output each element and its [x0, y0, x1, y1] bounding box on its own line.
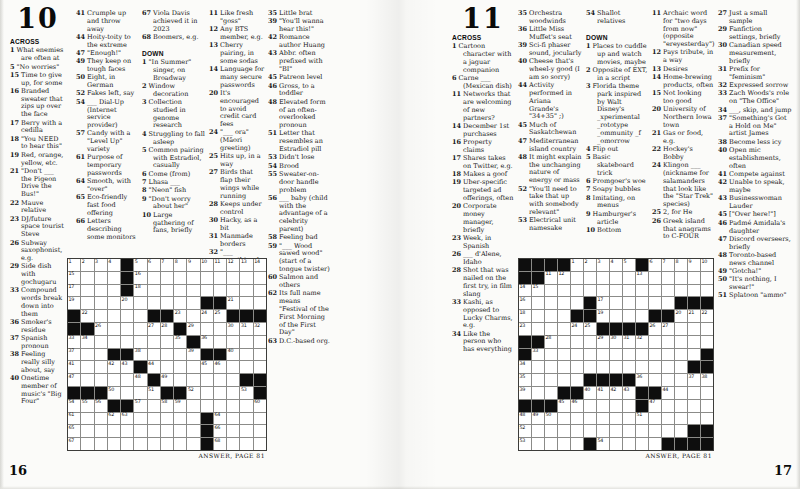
cell-r1c15[interactable]: 10 [701, 259, 713, 271]
cell-r4c10[interactable] [187, 297, 199, 309]
cell-r13c3[interactable]: 50 [545, 413, 557, 425]
cell-r5c4[interactable] [108, 310, 120, 322]
cell-r6c3[interactable]: 26 [95, 323, 107, 335]
cell-r7c13[interactable] [675, 336, 687, 348]
cell-r7c7[interactable]: 29 [597, 336, 609, 348]
cell-r5c5[interactable] [121, 310, 133, 322]
cell-r5c3[interactable] [545, 310, 557, 322]
cell-r15c6[interactable] [134, 438, 146, 450]
cell-r3c6[interactable]: 18 [134, 285, 146, 297]
cell-r6c13[interactable]: 30 [227, 323, 239, 335]
cell-r12c13[interactable] [675, 400, 687, 412]
cell-r2c10[interactable]: 13 [636, 272, 648, 284]
cell-r5c4[interactable] [558, 310, 570, 322]
cell-r12c7[interactable] [148, 400, 160, 412]
cell-r1c7[interactable]: 3 [597, 259, 609, 271]
cell-r4c13[interactable]: 21 [227, 297, 239, 309]
cell-r6c15[interactable] [701, 323, 713, 335]
cell-r13c11[interactable] [649, 413, 661, 425]
cell-r6c14[interactable] [688, 323, 700, 335]
cell-r14c13[interactable] [675, 425, 687, 437]
cell-r7c2[interactable]: 34 [81, 336, 93, 348]
cell-r5c8[interactable] [610, 310, 622, 322]
cell-r2c8[interactable] [610, 272, 622, 284]
cell-r3c13[interactable] [675, 285, 687, 297]
cell-r3c14[interactable] [240, 285, 252, 297]
cell-r2c3[interactable]: 11 [545, 272, 557, 284]
cell-r11c5[interactable] [121, 387, 133, 399]
cell-r9c8[interactable] [161, 361, 173, 373]
cell-r3c8[interactable] [161, 285, 173, 297]
cell-r3c10[interactable] [636, 285, 648, 297]
cell-r1c10[interactable]: 9 [187, 259, 199, 271]
cell-r10c5[interactable] [121, 374, 133, 386]
cell-r10c8[interactable]: 49 [161, 374, 173, 386]
cell-r3c8[interactable] [610, 285, 622, 297]
cell-r14c15[interactable] [254, 425, 266, 437]
cell-r8c3[interactable] [545, 349, 557, 361]
cell-r5c3[interactable] [95, 310, 107, 322]
cell-r12c9[interactable]: 59 [174, 400, 186, 412]
cell-r9c12[interactable]: 46 [214, 361, 226, 373]
cell-r12c6[interactable] [584, 400, 596, 412]
cell-r10c11[interactable] [201, 374, 213, 386]
cell-r5c1[interactable]: 18 [519, 310, 531, 322]
cell-r12c14[interactable] [688, 400, 700, 412]
cell-r13c13[interactable] [227, 413, 239, 425]
cell-r8c10[interactable]: 39 [187, 349, 199, 361]
cell-r10c4[interactable] [108, 374, 120, 386]
cell-r12c5[interactable]: 46 [571, 400, 583, 412]
cell-r13c15[interactable] [701, 413, 713, 425]
cell-r14c8[interactable] [610, 425, 622, 437]
cell-r15c1[interactable]: 53 [519, 438, 531, 450]
cell-r3c2[interactable] [81, 285, 93, 297]
cell-r1c1[interactable]: 1 [68, 259, 80, 271]
cell-r8c9[interactable] [623, 349, 635, 361]
cell-r7c3[interactable] [95, 336, 107, 348]
cell-r8c12[interactable] [662, 349, 674, 361]
cell-r7c15[interactable] [254, 336, 266, 348]
cell-r1c13[interactable]: 12 [227, 259, 239, 271]
cell-r1c14[interactable]: 9 [688, 259, 700, 271]
cell-r13c12[interactable]: 64 [214, 413, 226, 425]
cell-r6c14[interactable]: 31 [240, 323, 252, 335]
cell-r13c8[interactable] [161, 413, 173, 425]
cell-r7c11[interactable] [649, 336, 661, 348]
cell-r10c13[interactable] [675, 374, 687, 386]
cell-r8c6[interactable]: 38 [134, 349, 146, 361]
cell-r10c12[interactable] [214, 374, 226, 386]
cell-r1c15[interactable]: 14 [254, 259, 266, 271]
cell-r8c9[interactable] [174, 349, 186, 361]
cell-r2c1[interactable]: 15 [68, 272, 80, 284]
cell-r6c10[interactable]: 29 [187, 323, 199, 335]
cell-r8c5[interactable] [571, 349, 583, 361]
crossword-grid-11[interactable]: 1234567891011121314151617181920212223242… [518, 258, 714, 451]
cell-r6c1[interactable]: 23 [519, 323, 531, 335]
cell-r4c4[interactable] [108, 297, 120, 309]
cell-r6c4[interactable] [108, 323, 120, 335]
cell-r14c7[interactable] [597, 425, 609, 437]
cell-r14c12[interactable]: 66 [214, 425, 226, 437]
cell-r1c5[interactable]: 1 [571, 259, 583, 271]
cell-r15c14[interactable] [240, 438, 252, 450]
cell-r4c5[interactable] [571, 297, 583, 309]
cell-r2c6[interactable] [584, 272, 596, 284]
cell-r12c15[interactable]: 60 [254, 400, 266, 412]
cell-r7c9[interactable]: 31 [623, 336, 635, 348]
cell-r6c6[interactable] [134, 323, 146, 335]
cell-r3c2[interactable]: 15 [532, 285, 544, 297]
cell-r7c14[interactable] [240, 336, 252, 348]
cell-r2c11[interactable] [201, 272, 213, 284]
cell-r8c2[interactable]: 33 [532, 349, 544, 361]
cell-r13c9[interactable] [623, 413, 635, 425]
cell-r3c3[interactable] [545, 285, 557, 297]
cell-r4c15[interactable] [254, 297, 266, 309]
cell-r8c15[interactable] [254, 349, 266, 361]
cell-r11c15[interactable] [701, 387, 713, 399]
cell-r7c12[interactable] [662, 336, 674, 348]
cell-r10c5[interactable] [571, 374, 583, 386]
cell-r1c12[interactable]: 7 [662, 259, 674, 271]
cell-r9c7[interactable] [597, 361, 609, 373]
cell-r8c7[interactable] [597, 349, 609, 361]
cell-r12c4[interactable]: 45 [558, 400, 570, 412]
cell-r2c7[interactable] [597, 272, 609, 284]
cell-r12c6[interactable]: 57 [134, 400, 146, 412]
cell-r15c15[interactable] [254, 438, 266, 450]
cell-r3c5[interactable] [571, 285, 583, 297]
cell-r7c5[interactable] [121, 336, 133, 348]
cell-r2c11[interactable] [649, 272, 661, 284]
cell-r14c1[interactable]: 52 [519, 425, 531, 437]
cell-r15c4[interactable] [558, 438, 570, 450]
cell-r15c1[interactable]: 67 [68, 438, 80, 450]
cell-r9c7[interactable]: 44 [148, 361, 160, 373]
cell-r15c9[interactable] [623, 438, 635, 450]
cell-r11c14[interactable] [688, 387, 700, 399]
cell-r13c5[interactable] [571, 413, 583, 425]
cell-r4c12[interactable] [662, 297, 674, 309]
cell-r13c9[interactable] [174, 413, 186, 425]
cell-r1c8[interactable]: 4 [610, 259, 622, 271]
cell-r12c15[interactable] [701, 400, 713, 412]
cell-r3c7[interactable] [597, 285, 609, 297]
cell-r9c12[interactable] [662, 361, 674, 373]
cell-r1c4[interactable]: 4 [108, 259, 120, 271]
cell-r4c8[interactable] [610, 297, 622, 309]
cell-r6c11[interactable] [201, 323, 213, 335]
cell-r5c2[interactable] [532, 310, 544, 322]
cell-r9c10[interactable] [187, 361, 199, 373]
cell-r2c13[interactable] [227, 272, 239, 284]
cell-r6c15[interactable]: 32 [254, 323, 266, 335]
cell-r9c2[interactable] [532, 361, 544, 373]
cell-r3c11[interactable] [649, 285, 661, 297]
cell-r14c10[interactable] [636, 425, 648, 437]
cell-r11c3[interactable] [545, 387, 557, 399]
cell-r3c1[interactable]: 14 [519, 285, 531, 297]
cell-r4c9[interactable] [623, 297, 635, 309]
cell-r12c11[interactable]: 47 [649, 400, 661, 412]
cell-r9c9[interactable] [174, 361, 186, 373]
cell-r6c6[interactable]: 25 [584, 323, 596, 335]
cell-r15c7[interactable]: 54 [597, 438, 609, 450]
cell-r1c7[interactable]: 6 [148, 259, 160, 271]
cell-r2c15[interactable] [254, 272, 266, 284]
cell-r14c1[interactable]: 65 [68, 425, 80, 437]
cell-r8c13[interactable] [675, 349, 687, 361]
cell-r4c4[interactable] [558, 297, 570, 309]
cell-r9c10[interactable] [636, 361, 648, 373]
cell-r3c14[interactable] [688, 285, 700, 297]
cell-r3c12[interactable] [662, 285, 674, 297]
cell-r15c2[interactable] [81, 438, 93, 450]
cell-r7c6[interactable] [584, 336, 596, 348]
cell-r9c8[interactable] [610, 361, 622, 373]
cell-r11c13[interactable] [675, 387, 687, 399]
cell-r3c11[interactable] [201, 285, 213, 297]
cell-r15c8[interactable] [610, 438, 622, 450]
cell-r12c3[interactable]: 56 [95, 400, 107, 412]
cell-r9c9[interactable] [623, 361, 635, 373]
cell-r14c5[interactable] [571, 425, 583, 437]
cell-r13c2[interactable]: 49 [532, 413, 544, 425]
cell-r7c15[interactable] [701, 336, 713, 348]
cell-r10c13[interactable] [227, 374, 239, 386]
cell-r8c10[interactable] [636, 349, 648, 361]
cell-r5c14[interactable]: 21 [688, 310, 700, 322]
cell-r13c13[interactable] [675, 413, 687, 425]
cell-r13c1[interactable]: 61 [68, 413, 80, 425]
cell-r1c8[interactable]: 7 [161, 259, 173, 271]
cell-r1c9[interactable]: 8 [174, 259, 186, 271]
cell-r5c10[interactable] [636, 310, 648, 322]
cell-r13c15[interactable] [254, 413, 266, 425]
cell-r12c12[interactable] [214, 400, 226, 412]
cell-r8c8[interactable] [610, 349, 622, 361]
cell-r9c14[interactable] [240, 361, 252, 373]
cell-r1c13[interactable]: 8 [675, 259, 687, 271]
cell-r9c1[interactable]: 41 [68, 361, 80, 373]
cell-r11c10[interactable]: 52 [187, 387, 199, 399]
cell-r3c4[interactable] [558, 285, 570, 297]
cell-r7c4[interactable] [558, 336, 570, 348]
cell-r10c6[interactable]: 48 [134, 374, 146, 386]
cell-r15c2[interactable] [532, 438, 544, 450]
cell-r14c2[interactable] [81, 425, 93, 437]
cell-r8c14[interactable] [688, 349, 700, 361]
cell-r9c3[interactable] [95, 361, 107, 373]
cell-r6c7[interactable]: 27 [148, 323, 160, 335]
cell-r6c13[interactable] [675, 323, 687, 335]
cell-r6c4[interactable] [558, 323, 570, 335]
cell-r4c7[interactable] [148, 297, 160, 309]
cell-r7c1[interactable]: 33 [68, 336, 80, 348]
cell-r13c4[interactable]: 62 [108, 413, 120, 425]
cell-r4c2[interactable] [532, 297, 544, 309]
cell-r13c6[interactable] [134, 413, 146, 425]
cell-r10c1[interactable]: 47 [68, 374, 80, 386]
cell-r13c7[interactable] [148, 413, 160, 425]
cell-r2c12[interactable] [662, 272, 674, 284]
cell-r3c9[interactable] [623, 285, 635, 297]
cell-r9c4[interactable]: 42 [108, 361, 120, 373]
cell-r7c12[interactable] [214, 336, 226, 348]
cell-r13c7[interactable] [597, 413, 609, 425]
cell-r11c2[interactable] [532, 387, 544, 399]
cell-r14c6[interactable] [584, 425, 596, 437]
cell-r3c15[interactable] [701, 285, 713, 297]
cell-r13c1[interactable]: 48 [519, 413, 531, 425]
cell-r9c1[interactable]: 34 [519, 361, 531, 373]
cell-r10c10[interactable] [187, 374, 199, 386]
cell-r12c1[interactable]: 54 [68, 400, 80, 412]
cell-r8c1[interactable]: 37 [68, 349, 80, 361]
cell-r13c8[interactable] [610, 413, 622, 425]
cell-r4c3[interactable] [545, 297, 557, 309]
cell-r15c5[interactable] [121, 438, 133, 450]
cell-r15c12[interactable]: 68 [214, 438, 226, 450]
cell-r11c13[interactable] [227, 387, 239, 399]
cell-r11c12[interactable]: 44 [662, 387, 674, 399]
cell-r3c3[interactable] [95, 285, 107, 297]
cell-r1c11[interactable]: 10 [201, 259, 213, 271]
cell-r2c9[interactable] [623, 272, 635, 284]
cell-r4c6[interactable] [134, 297, 146, 309]
cell-r10c2[interactable] [532, 374, 544, 386]
cell-r5c6[interactable] [134, 310, 146, 322]
cell-r3c4[interactable] [108, 285, 120, 297]
cell-r4c3[interactable] [95, 297, 107, 309]
cell-r3c6[interactable] [584, 285, 596, 297]
cell-r5c12[interactable]: 25 [214, 310, 226, 322]
cell-r14c9[interactable] [174, 425, 186, 437]
cell-r3c9[interactable] [174, 285, 186, 297]
cell-r12c2[interactable]: 55 [81, 400, 93, 412]
cell-r4c7[interactable]: 17 [597, 297, 609, 309]
cell-r15c10[interactable] [187, 438, 199, 450]
cell-r14c14[interactable] [240, 425, 252, 437]
cell-r10c9[interactable] [174, 374, 186, 386]
cell-r12c8[interactable]: 58 [161, 400, 173, 412]
cell-r14c7[interactable] [148, 425, 160, 437]
cell-r8c8[interactable] [161, 349, 173, 361]
cell-r5c9[interactable]: 23 [174, 310, 186, 322]
cell-r13c12[interactable] [662, 413, 674, 425]
cell-r14c12[interactable] [662, 425, 674, 437]
cell-r7c14[interactable] [688, 336, 700, 348]
cell-r10c12[interactable] [662, 374, 674, 386]
cell-r2c14[interactable] [688, 272, 700, 284]
cell-r8c11[interactable] [649, 349, 661, 361]
cell-r11c4[interactable]: 50 [108, 387, 120, 399]
cell-r14c6[interactable] [134, 425, 146, 437]
cell-r13c2[interactable] [81, 413, 93, 425]
cell-r7c4[interactable] [108, 336, 120, 348]
cell-r5c11[interactable]: 24 [201, 310, 213, 322]
cell-r7c8[interactable]: 30 [610, 336, 622, 348]
cell-r9c11[interactable] [649, 361, 661, 373]
cell-r5c15[interactable]: 22 [701, 310, 713, 322]
cell-r10c10[interactable]: 36 [636, 374, 648, 386]
cell-r4c5[interactable]: 20 [121, 297, 133, 309]
cell-r3c13[interactable] [227, 285, 239, 297]
cell-r15c5[interactable] [571, 438, 583, 450]
cell-r1c6[interactable]: 5 [134, 259, 146, 271]
cell-r1c3[interactable]: 3 [95, 259, 107, 271]
cell-r7c3[interactable]: 28 [545, 336, 557, 348]
cell-r7c8[interactable] [161, 336, 173, 348]
cell-r13c5[interactable]: 63 [121, 413, 133, 425]
cell-r14c13[interactable] [227, 425, 239, 437]
cell-r2c3[interactable] [95, 272, 107, 284]
cell-r4c2[interactable] [81, 297, 93, 309]
cell-r3c10[interactable] [187, 285, 199, 297]
cell-r8c6[interactable] [584, 349, 596, 361]
cell-r2c13[interactable] [675, 272, 687, 284]
cell-r2c14[interactable] [240, 272, 252, 284]
cell-r6c3[interactable] [545, 323, 557, 335]
cell-r4c14[interactable] [240, 297, 252, 309]
cell-r2c15[interactable] [701, 272, 713, 284]
cell-r15c13[interactable] [227, 438, 239, 450]
cell-r12c14[interactable] [240, 400, 252, 412]
cell-r11c7[interactable]: 41 [597, 387, 609, 399]
cell-r1c9[interactable]: 5 [623, 259, 635, 271]
cell-r1c2[interactable]: 2 [81, 259, 93, 271]
cell-r9c4[interactable] [558, 361, 570, 373]
cell-r9c3[interactable] [545, 361, 557, 373]
cell-r4c8[interactable] [161, 297, 173, 309]
cell-r14c3[interactable] [545, 425, 557, 437]
cell-r10c3[interactable] [95, 374, 107, 386]
cell-r13c4[interactable] [558, 413, 570, 425]
cell-r13c10[interactable]: 51 [636, 413, 648, 425]
cell-r15c3[interactable] [545, 438, 557, 450]
cell-r7c6[interactable] [134, 336, 146, 348]
cell-r13c14[interactable] [688, 413, 700, 425]
cell-r12c8[interactable] [610, 400, 622, 412]
cell-r6c5[interactable]: 24 [571, 323, 583, 335]
cell-r4c11[interactable] [649, 297, 661, 309]
cell-r3c7[interactable] [148, 285, 160, 297]
cell-r14c3[interactable] [95, 425, 107, 437]
cell-r7c10[interactable]: 32 [636, 336, 648, 348]
cell-r1c14[interactable]: 13 [240, 259, 252, 271]
cell-r15c11[interactable] [649, 438, 661, 450]
cell-r14c11[interactable] [649, 425, 661, 437]
cell-r9c2[interactable] [81, 361, 93, 373]
cell-r8c14[interactable] [240, 349, 252, 361]
cell-r4c10[interactable] [636, 297, 648, 309]
cell-r7c11[interactable]: 36 [201, 336, 213, 348]
cell-r11c8[interactable]: 42 [610, 387, 622, 399]
crossword-grid-10[interactable]: 1234567891011121314151617181920212223242… [67, 258, 267, 451]
cell-r1c6[interactable]: 2 [584, 259, 596, 271]
cell-r2c10[interactable] [187, 272, 199, 284]
cell-r15c8[interactable] [161, 438, 173, 450]
cell-r9c11[interactable]: 45 [201, 361, 213, 373]
cell-r10c1[interactable]: 35 [519, 374, 531, 386]
cell-r12c11[interactable] [201, 400, 213, 412]
cell-r4c1[interactable]: 16 [519, 297, 531, 309]
cell-r7c7[interactable] [148, 336, 160, 348]
cell-r9c15[interactable] [254, 361, 266, 373]
cell-r8c2[interactable] [81, 349, 93, 361]
